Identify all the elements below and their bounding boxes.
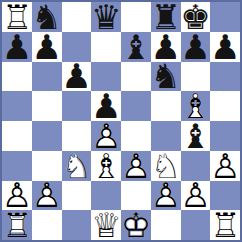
white-piece-fill-glyph: ♟ — [151, 181, 181, 211]
square-f2[interactable]: ♟♙ — [151, 181, 181, 211]
chess-board: ♜♖♞♛♜♚♟♟♝♟♟♟♟♞♟♝♗♟♙♝♞♘♝♗♟♙♞♘♟♙♟♙♟♙♟♙♟♙♜♖… — [0, 0, 242, 242]
white-piece-fill-glyph: ♟ — [210, 151, 240, 181]
square-e4[interactable] — [121, 121, 151, 151]
square-c1[interactable] — [62, 210, 92, 240]
square-a5[interactable] — [2, 91, 32, 121]
black-piece-glyph: ♝ — [121, 32, 151, 62]
black-piece-glyph: ♟ — [151, 32, 181, 62]
square-a2[interactable]: ♟♙ — [2, 181, 32, 211]
piece-white-rook[interactable]: ♜♖ — [210, 210, 240, 240]
square-c2[interactable] — [62, 181, 92, 211]
square-h1[interactable]: ♜♖ — [210, 210, 240, 240]
white-piece-outline-glyph: ♙ — [2, 181, 32, 211]
square-e3[interactable]: ♟♙ — [121, 151, 151, 181]
square-a1[interactable]: ♜♖ — [2, 210, 32, 240]
white-piece-fill-glyph: ♚ — [121, 210, 151, 240]
square-e7[interactable]: ♝ — [121, 32, 151, 62]
piece-black-king[interactable]: ♚ — [181, 2, 211, 32]
square-h8[interactable] — [210, 2, 240, 32]
square-d7[interactable] — [91, 32, 121, 62]
square-g5[interactable]: ♝♗ — [181, 91, 211, 121]
square-c7[interactable] — [62, 32, 92, 62]
piece-black-pawn[interactable]: ♟ — [91, 91, 121, 121]
square-h7[interactable]: ♟ — [210, 32, 240, 62]
piece-white-pawn[interactable]: ♟♙ — [121, 151, 151, 181]
white-piece-outline-glyph: ♘ — [62, 151, 92, 181]
black-piece-glyph: ♞ — [32, 2, 62, 32]
piece-white-knight[interactable]: ♞♘ — [62, 151, 92, 181]
square-g1[interactable] — [181, 210, 211, 240]
white-piece-outline-glyph: ♗ — [91, 151, 121, 181]
square-e1[interactable]: ♚♔ — [121, 210, 151, 240]
square-b6[interactable] — [32, 62, 62, 92]
black-piece-glyph: ♟ — [181, 32, 211, 62]
square-d1[interactable]: ♛♕ — [91, 210, 121, 240]
white-piece-outline-glyph: ♙ — [91, 121, 121, 151]
piece-black-pawn[interactable]: ♟ — [62, 62, 92, 92]
square-b4[interactable] — [32, 121, 62, 151]
white-piece-fill-glyph: ♝ — [91, 151, 121, 181]
black-piece-glyph: ♟ — [91, 91, 121, 121]
piece-black-pawn[interactable]: ♟ — [181, 32, 211, 62]
piece-black-pawn[interactable]: ♟ — [151, 32, 181, 62]
piece-black-queen[interactable]: ♛ — [91, 2, 121, 32]
square-a8[interactable]: ♜♖ — [2, 2, 32, 32]
piece-white-king[interactable]: ♚♔ — [121, 210, 151, 240]
white-piece-fill-glyph: ♞ — [151, 151, 181, 181]
square-b8[interactable]: ♞ — [32, 2, 62, 32]
square-c4[interactable] — [62, 121, 92, 151]
black-piece-glyph: ♞ — [151, 62, 181, 92]
piece-white-pawn[interactable]: ♟♙ — [32, 181, 62, 211]
piece-black-bishop[interactable]: ♝ — [181, 121, 211, 151]
piece-white-queen[interactable]: ♛♕ — [91, 210, 121, 240]
square-h3[interactable]: ♟♙ — [210, 151, 240, 181]
square-f7[interactable]: ♟ — [151, 32, 181, 62]
piece-white-pawn[interactable]: ♟♙ — [91, 121, 121, 151]
square-h2[interactable] — [210, 181, 240, 211]
piece-white-pawn[interactable]: ♟♙ — [151, 181, 181, 211]
white-piece-fill-glyph: ♜ — [210, 210, 240, 240]
white-piece-outline-glyph: ♙ — [210, 151, 240, 181]
square-g4[interactable]: ♝ — [181, 121, 211, 151]
white-piece-fill-glyph: ♛ — [91, 210, 121, 240]
square-g6[interactable] — [181, 62, 211, 92]
square-g7[interactable]: ♟ — [181, 32, 211, 62]
square-d8[interactable]: ♛ — [91, 2, 121, 32]
piece-black-knight[interactable]: ♞ — [151, 62, 181, 92]
square-g2[interactable]: ♟♙ — [181, 181, 211, 211]
black-piece-glyph: ♟ — [62, 62, 92, 92]
piece-black-pawn[interactable]: ♟ — [210, 32, 240, 62]
square-c5[interactable] — [62, 91, 92, 121]
square-b5[interactable] — [32, 91, 62, 121]
square-f8[interactable]: ♜ — [151, 2, 181, 32]
square-f4[interactable] — [151, 121, 181, 151]
piece-black-knight[interactable]: ♞ — [32, 2, 62, 32]
square-e5[interactable] — [121, 91, 151, 121]
square-a7[interactable]: ♟ — [2, 32, 32, 62]
square-f1[interactable] — [151, 210, 181, 240]
piece-white-bishop[interactable]: ♝♗ — [181, 91, 211, 121]
square-h6[interactable] — [210, 62, 240, 92]
square-h5[interactable] — [210, 91, 240, 121]
white-piece-outline-glyph: ♗ — [181, 91, 211, 121]
square-b1[interactable] — [32, 210, 62, 240]
square-a3[interactable] — [2, 151, 32, 181]
piece-white-bishop[interactable]: ♝♗ — [91, 151, 121, 181]
square-f6[interactable]: ♞ — [151, 62, 181, 92]
black-piece-glyph: ♟ — [210, 32, 240, 62]
white-piece-fill-glyph: ♜ — [2, 2, 32, 32]
square-d2[interactable] — [91, 181, 121, 211]
white-piece-fill-glyph: ♞ — [62, 151, 92, 181]
white-piece-outline-glyph: ♕ — [91, 210, 121, 240]
square-c6[interactable]: ♟ — [62, 62, 92, 92]
white-piece-outline-glyph: ♘ — [151, 151, 181, 181]
square-d6[interactable] — [91, 62, 121, 92]
piece-black-bishop[interactable]: ♝ — [121, 32, 151, 62]
square-e6[interactable] — [121, 62, 151, 92]
square-c8[interactable] — [62, 2, 92, 32]
white-piece-outline-glyph: ♙ — [121, 151, 151, 181]
square-h4[interactable] — [210, 121, 240, 151]
piece-black-pawn[interactable]: ♟ — [2, 32, 32, 62]
piece-white-rook[interactable]: ♜♖ — [2, 2, 32, 32]
black-piece-glyph: ♝ — [181, 121, 211, 151]
white-piece-outline-glyph: ♙ — [181, 181, 211, 211]
white-piece-outline-glyph: ♙ — [32, 181, 62, 211]
white-piece-fill-glyph: ♟ — [2, 181, 32, 211]
square-b7[interactable]: ♟ — [32, 32, 62, 62]
piece-white-knight[interactable]: ♞♘ — [151, 151, 181, 181]
square-e2[interactable] — [121, 181, 151, 211]
white-piece-fill-glyph: ♟ — [181, 181, 211, 211]
white-piece-fill-glyph: ♟ — [32, 181, 62, 211]
piece-white-pawn[interactable]: ♟♙ — [210, 151, 240, 181]
black-piece-glyph: ♟ — [2, 32, 32, 62]
black-piece-glyph: ♟ — [32, 32, 62, 62]
black-piece-glyph: ♚ — [181, 2, 211, 32]
square-b2[interactable]: ♟♙ — [32, 181, 62, 211]
black-piece-glyph: ♜ — [151, 2, 181, 32]
square-g8[interactable]: ♚ — [181, 2, 211, 32]
square-b3[interactable] — [32, 151, 62, 181]
piece-black-rook[interactable]: ♜ — [151, 2, 181, 32]
square-g3[interactable] — [181, 151, 211, 181]
piece-white-rook[interactable]: ♜♖ — [2, 210, 32, 240]
square-a6[interactable] — [2, 62, 32, 92]
piece-white-pawn[interactable]: ♟♙ — [2, 181, 32, 211]
square-a4[interactable] — [2, 121, 32, 151]
black-piece-glyph: ♛ — [91, 2, 121, 32]
square-c3[interactable]: ♞♘ — [62, 151, 92, 181]
square-d5[interactable]: ♟ — [91, 91, 121, 121]
white-piece-outline-glyph: ♖ — [2, 2, 32, 32]
piece-white-pawn[interactable]: ♟♙ — [181, 181, 211, 211]
square-d4[interactable]: ♟♙ — [91, 121, 121, 151]
white-piece-fill-glyph: ♟ — [91, 121, 121, 151]
square-e8[interactable] — [121, 2, 151, 32]
white-piece-outline-glyph: ♖ — [210, 210, 240, 240]
white-piece-fill-glyph: ♟ — [121, 151, 151, 181]
piece-black-pawn[interactable]: ♟ — [32, 32, 62, 62]
white-piece-fill-glyph: ♝ — [181, 91, 211, 121]
white-piece-fill-glyph: ♜ — [2, 210, 32, 240]
white-piece-outline-glyph: ♖ — [2, 210, 32, 240]
square-d3[interactable]: ♝♗ — [91, 151, 121, 181]
white-piece-outline-glyph: ♙ — [151, 181, 181, 211]
square-f3[interactable]: ♞♘ — [151, 151, 181, 181]
square-f5[interactable] — [151, 91, 181, 121]
white-piece-outline-glyph: ♔ — [121, 210, 151, 240]
